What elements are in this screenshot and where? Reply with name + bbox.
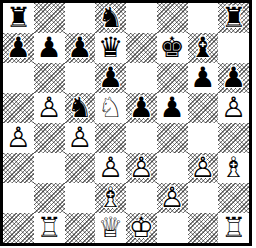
white-pawn-piece[interactable]: ♙ xyxy=(190,154,215,182)
square-h6[interactable]: ♟ xyxy=(218,63,249,93)
square-d1[interactable]: ♕ xyxy=(95,213,126,243)
square-a1[interactable] xyxy=(3,213,34,243)
square-d3[interactable]: ♙ xyxy=(95,153,126,183)
square-c8[interactable] xyxy=(65,3,96,33)
square-a7[interactable]: ♟ xyxy=(3,33,34,63)
square-e3[interactable]: ♙ xyxy=(126,153,157,183)
square-e6[interactable] xyxy=(126,63,157,93)
white-pawn-piece[interactable]: ♙ xyxy=(98,154,123,182)
square-e2[interactable] xyxy=(126,183,157,213)
square-g2[interactable] xyxy=(188,183,219,213)
square-d7[interactable]: ♛ xyxy=(95,33,126,63)
square-d5[interactable]: ♘ xyxy=(95,93,126,123)
square-a6[interactable] xyxy=(3,63,34,93)
square-f6[interactable] xyxy=(157,63,188,93)
square-b2[interactable] xyxy=(34,183,65,213)
square-b4[interactable] xyxy=(34,123,65,153)
white-knight-piece[interactable]: ♘ xyxy=(98,94,123,122)
white-pawn-piece[interactable]: ♙ xyxy=(6,124,31,152)
square-c6[interactable] xyxy=(65,63,96,93)
square-a2[interactable] xyxy=(3,183,34,213)
black-pawn-piece[interactable]: ♟ xyxy=(129,94,154,122)
square-d4[interactable] xyxy=(95,123,126,153)
square-f2[interactable]: ♙ xyxy=(157,183,188,213)
square-f1[interactable] xyxy=(157,213,188,243)
black-bishop-piece[interactable]: ♝ xyxy=(190,34,215,62)
square-b3[interactable] xyxy=(34,153,65,183)
square-h1[interactable]: ♖ xyxy=(218,213,249,243)
square-g7[interactable]: ♝ xyxy=(188,33,219,63)
square-b8[interactable] xyxy=(34,3,65,33)
square-f4[interactable] xyxy=(157,123,188,153)
black-rook-piece[interactable]: ♜ xyxy=(6,4,31,32)
black-knight-piece[interactable]: ♞ xyxy=(98,4,123,32)
chess-board: ♜♞♜♟♟♟♛♚♝♟♟♟♙♞♘♟♟♙♙♙♙♙♙♗♗♙♖♕♔♖ xyxy=(0,0,252,246)
square-a5[interactable] xyxy=(3,93,34,123)
square-d8[interactable]: ♞ xyxy=(95,3,126,33)
white-king-piece[interactable]: ♔ xyxy=(129,214,154,242)
black-queen-piece[interactable]: ♛ xyxy=(98,34,123,62)
square-h4[interactable] xyxy=(218,123,249,153)
white-pawn-piece[interactable]: ♙ xyxy=(129,154,154,182)
square-d2[interactable]: ♗ xyxy=(95,183,126,213)
square-g3[interactable]: ♙ xyxy=(188,153,219,183)
square-c2[interactable] xyxy=(65,183,96,213)
square-d6[interactable]: ♟ xyxy=(95,63,126,93)
square-c1[interactable] xyxy=(65,213,96,243)
black-king-piece[interactable]: ♚ xyxy=(160,34,185,62)
square-e1[interactable]: ♔ xyxy=(126,213,157,243)
square-b1[interactable]: ♖ xyxy=(34,213,65,243)
square-h3[interactable]: ♗ xyxy=(218,153,249,183)
square-h2[interactable] xyxy=(218,183,249,213)
square-h8[interactable]: ♜ xyxy=(218,3,249,33)
square-h5[interactable]: ♙ xyxy=(218,93,249,123)
square-a4[interactable]: ♙ xyxy=(3,123,34,153)
square-c3[interactable] xyxy=(65,153,96,183)
square-b7[interactable]: ♟ xyxy=(34,33,65,63)
square-e8[interactable] xyxy=(126,3,157,33)
black-pawn-piece[interactable]: ♟ xyxy=(98,64,123,92)
black-pawn-piece[interactable]: ♟ xyxy=(37,34,62,62)
square-c5[interactable]: ♞ xyxy=(65,93,96,123)
white-rook-piece[interactable]: ♖ xyxy=(37,214,62,242)
square-a3[interactable] xyxy=(3,153,34,183)
square-e5[interactable]: ♟ xyxy=(126,93,157,123)
square-f8[interactable] xyxy=(157,3,188,33)
white-pawn-piece[interactable]: ♙ xyxy=(67,124,92,152)
black-pawn-piece[interactable]: ♟ xyxy=(6,34,31,62)
square-f3[interactable] xyxy=(157,153,188,183)
white-pawn-piece[interactable]: ♙ xyxy=(160,184,185,212)
black-rook-piece[interactable]: ♜ xyxy=(221,4,246,32)
square-b5[interactable]: ♙ xyxy=(34,93,65,123)
black-pawn-piece[interactable]: ♟ xyxy=(67,34,92,62)
square-c4[interactable]: ♙ xyxy=(65,123,96,153)
square-c7[interactable]: ♟ xyxy=(65,33,96,63)
square-g8[interactable] xyxy=(188,3,219,33)
square-g4[interactable] xyxy=(188,123,219,153)
square-g5[interactable] xyxy=(188,93,219,123)
black-pawn-piece[interactable]: ♟ xyxy=(190,64,215,92)
white-rook-piece[interactable]: ♖ xyxy=(221,214,246,242)
square-h7[interactable] xyxy=(218,33,249,63)
square-b6[interactable] xyxy=(34,63,65,93)
white-pawn-piece[interactable]: ♙ xyxy=(221,94,246,122)
black-knight-piece[interactable]: ♞ xyxy=(67,94,92,122)
square-e7[interactable] xyxy=(126,33,157,63)
square-f5[interactable]: ♟ xyxy=(157,93,188,123)
white-queen-piece[interactable]: ♕ xyxy=(98,214,123,242)
chess-diagram: ♜♞♜♟♟♟♛♚♝♟♟♟♙♞♘♟♟♙♙♙♙♙♙♗♗♙♖♕♔♖ xyxy=(0,0,256,248)
white-bishop-piece[interactable]: ♗ xyxy=(98,184,123,212)
square-a8[interactable]: ♜ xyxy=(3,3,34,33)
white-pawn-piece[interactable]: ♙ xyxy=(37,94,62,122)
white-bishop-piece[interactable]: ♗ xyxy=(221,154,246,182)
square-g1[interactable] xyxy=(188,213,219,243)
square-g6[interactable]: ♟ xyxy=(188,63,219,93)
square-e4[interactable] xyxy=(126,123,157,153)
black-pawn-piece[interactable]: ♟ xyxy=(221,64,246,92)
black-pawn-piece[interactable]: ♟ xyxy=(160,94,185,122)
square-f7[interactable]: ♚ xyxy=(157,33,188,63)
